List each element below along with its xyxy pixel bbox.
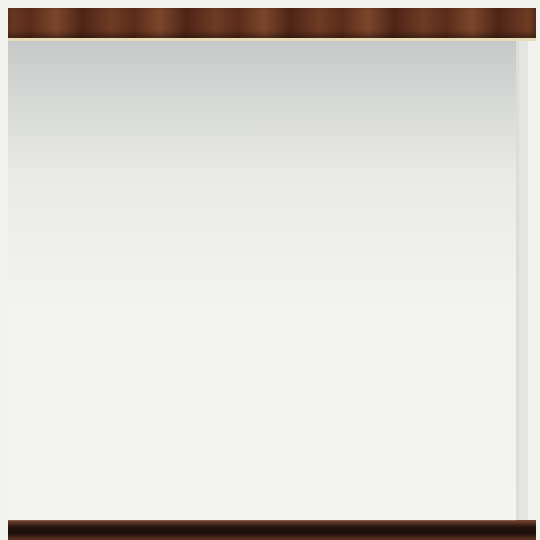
board-frame-top-rail [8,8,536,38]
board-right-edge-shadow [516,41,528,521]
board-frame-bottom-rail [8,520,536,540]
chess-board [8,41,519,521]
